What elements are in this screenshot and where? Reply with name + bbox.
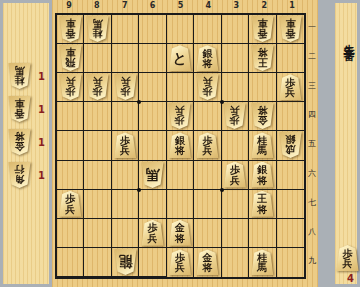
board-grid: 香車桂馬香車香車飛車と銀将王将歩兵歩兵歩兵歩兵歩兵歩兵歩兵金将歩兵銀将歩兵桂馬成… xyxy=(55,13,306,279)
rank-label: 七 xyxy=(306,188,318,217)
hand-piece-count: 1 xyxy=(38,170,45,181)
hoshi-dot xyxy=(137,100,141,104)
hoshi-dot xyxy=(220,188,224,192)
shogi-piece[interactable]: 歩兵 xyxy=(336,245,359,271)
piece-wrap: 桂馬 xyxy=(86,16,109,42)
piece-label: 香車 xyxy=(257,18,268,41)
piece-wrap: 歩兵 xyxy=(196,132,219,158)
hoshi-dot xyxy=(220,100,224,104)
shogi-piece[interactable]: 歩兵 xyxy=(168,249,191,275)
hand-piece-row: 金将1 xyxy=(8,129,45,155)
board-square[interactable]: 龍 xyxy=(112,248,139,277)
board-square[interactable]: 歩兵 xyxy=(112,131,139,160)
hand-piece-count: 1 xyxy=(38,104,45,115)
shogi-piece[interactable]: 金将 xyxy=(251,103,274,129)
piece-label: 香車 xyxy=(285,18,296,41)
rank-labels: 一二三四五六七八九 xyxy=(306,13,318,275)
board-square[interactable]: 王将 xyxy=(249,190,276,219)
piece-label: 歩兵 xyxy=(65,192,76,215)
board-square[interactable]: 歩兵 xyxy=(194,131,221,160)
board-square[interactable]: 桂馬 xyxy=(249,131,276,160)
piece-wrap: 歩兵 xyxy=(114,74,137,100)
piece-label: 桂馬 xyxy=(257,251,268,274)
shogi-piece[interactable]: 香車 xyxy=(251,16,274,42)
piece-label: 龍 xyxy=(118,255,132,270)
piece-label: 歩兵 xyxy=(202,134,213,157)
rank-label: 九 xyxy=(306,246,318,275)
board-square[interactable] xyxy=(222,248,249,277)
board-square[interactable] xyxy=(84,44,111,73)
piece-label: 歩兵 xyxy=(285,76,296,99)
board-square[interactable]: 銀将 xyxy=(194,44,221,73)
piece-wrap: 歩兵 xyxy=(59,191,82,217)
piece-label: 桂馬 xyxy=(257,134,268,157)
piece-label: 歩兵 xyxy=(229,163,240,186)
piece-label: 歩兵 xyxy=(147,221,158,244)
board-square[interactable]: 飛車 xyxy=(57,44,84,73)
piece-wrap: と xyxy=(168,45,191,71)
board-square[interactable] xyxy=(222,15,249,44)
hand-piece-row: 香車1 xyxy=(8,96,45,122)
shogi-piece[interactable]: 銀将 xyxy=(251,162,274,188)
shogi-piece[interactable]: 馬 xyxy=(141,162,164,188)
piece-wrap: 桂馬 xyxy=(8,63,31,89)
piece-label: 金将 xyxy=(257,105,268,128)
board-square[interactable] xyxy=(112,161,139,190)
board-square[interactable]: 歩兵 xyxy=(194,73,221,102)
rank-label: 二 xyxy=(306,42,318,71)
board-square[interactable] xyxy=(112,102,139,131)
shogi-piece[interactable]: 桂馬 xyxy=(251,132,274,158)
piece-label: 香車 xyxy=(65,18,76,41)
board-square[interactable]: 馬 xyxy=(139,161,166,190)
board-square[interactable] xyxy=(222,131,249,160)
piece-label: 歩兵 xyxy=(229,105,240,128)
board-square[interactable] xyxy=(84,102,111,131)
gote-hand-panel: 桂馬1香車1金将1角行1 xyxy=(3,3,49,284)
shogi-piece[interactable]: 香車 xyxy=(279,16,302,42)
piece-label: 飛車 xyxy=(65,47,76,70)
board-square[interactable] xyxy=(57,131,84,160)
piece-wrap: 歩兵 xyxy=(336,245,359,271)
shogi-piece[interactable]: 歩兵 xyxy=(168,103,191,129)
rank-label: 六 xyxy=(306,159,318,188)
piece-wrap: 歩兵 xyxy=(168,249,191,275)
board-square[interactable] xyxy=(194,219,221,248)
board-square[interactable] xyxy=(139,190,166,219)
shogi-piece[interactable]: 歩兵 xyxy=(196,74,219,100)
board-square[interactable]: 香車 xyxy=(57,15,84,44)
board-square[interactable]: 歩兵 xyxy=(277,73,304,102)
piece-wrap: 飛車 xyxy=(59,45,82,71)
board-square[interactable] xyxy=(194,161,221,190)
piece-wrap: 王将 xyxy=(251,45,274,71)
piece-label: 香車 xyxy=(14,98,25,121)
shogi-piece[interactable]: と xyxy=(168,45,191,71)
board-square[interactable]: 歩兵 xyxy=(139,219,166,248)
piece-wrap: 銀将 xyxy=(168,132,191,158)
piece-wrap: 桂馬 xyxy=(251,132,274,158)
piece-wrap: 歩兵 xyxy=(279,74,302,100)
piece-wrap: 角行 xyxy=(8,162,31,188)
board-square[interactable] xyxy=(84,131,111,160)
file-label: 1 xyxy=(278,1,306,12)
board-square[interactable] xyxy=(194,15,221,44)
piece-label: 歩兵 xyxy=(342,247,353,270)
piece-wrap: 龍 xyxy=(114,249,137,275)
shogi-piece[interactable]: 歩兵 xyxy=(114,74,137,100)
board-square[interactable]: 銀将 xyxy=(249,161,276,190)
hand-piece-count: 1 xyxy=(38,137,45,148)
piece-label: 馬 xyxy=(146,167,160,182)
board-square[interactable] xyxy=(167,161,194,190)
board-square[interactable]: 金将 xyxy=(167,219,194,248)
piece-label: 王将 xyxy=(257,192,268,215)
board-square[interactable]: 歩兵 xyxy=(167,248,194,277)
board-square[interactable] xyxy=(139,73,166,102)
piece-wrap: 歩兵 xyxy=(196,74,219,100)
board-square[interactable] xyxy=(277,161,304,190)
shogi-piece[interactable]: 歩兵 xyxy=(223,103,246,129)
shogi-piece[interactable]: 龍 xyxy=(114,249,137,275)
piece-wrap: 香車 xyxy=(8,96,31,122)
piece-label: 歩兵 xyxy=(92,76,103,99)
shogi-piece[interactable]: 歩兵 xyxy=(141,220,164,246)
board-square[interactable] xyxy=(277,102,304,131)
piece-wrap: 桂馬 xyxy=(251,249,274,275)
piece-wrap: 歩兵 xyxy=(168,103,191,129)
piece-wrap: 香車 xyxy=(279,16,302,42)
piece-label: 角行 xyxy=(14,164,25,187)
board-square[interactable]: と xyxy=(167,44,194,73)
piece-wrap: 香車 xyxy=(251,16,274,42)
shogi-piece[interactable]: 歩兵 xyxy=(223,162,246,188)
file-label: 4 xyxy=(194,1,222,12)
file-label: 2 xyxy=(250,1,278,12)
piece-label: 歩兵 xyxy=(120,134,131,157)
board-square[interactable] xyxy=(139,248,166,277)
piece-label: 成銀 xyxy=(285,134,296,157)
rank-label: 三 xyxy=(306,71,318,100)
board-square[interactable] xyxy=(112,15,139,44)
shogi-piece[interactable]: 歩兵 xyxy=(59,191,82,217)
piece-wrap: 成銀 xyxy=(279,132,302,158)
board-square[interactable] xyxy=(84,219,111,248)
shogi-piece[interactable]: 金将 xyxy=(196,249,219,275)
rank-label: 四 xyxy=(306,100,318,129)
shogi-piece[interactable]: 香車 xyxy=(59,16,82,42)
board-square[interactable]: 桂馬 xyxy=(249,248,276,277)
board-square[interactable] xyxy=(194,190,221,219)
piece-wrap: 歩兵 xyxy=(141,220,164,246)
piece-label: 金将 xyxy=(174,221,185,244)
piece-label: 王将 xyxy=(257,47,268,70)
board-square[interactable]: 歩兵 xyxy=(57,73,84,102)
board-square[interactable] xyxy=(84,161,111,190)
board-square[interactable] xyxy=(139,15,166,44)
piece-label: 歩兵 xyxy=(174,105,185,128)
piece-wrap: 歩兵 xyxy=(59,74,82,100)
shogi-piece[interactable]: 桂馬 xyxy=(8,63,31,89)
board-square[interactable] xyxy=(249,73,276,102)
board-square[interactable] xyxy=(194,102,221,131)
shogi-piece[interactable]: 歩兵 xyxy=(196,132,219,158)
board-square[interactable]: 香車 xyxy=(249,15,276,44)
shogi-piece[interactable]: 金将 xyxy=(8,129,31,155)
board-square[interactable]: 香車 xyxy=(277,15,304,44)
shogi-piece[interactable]: 歩兵 xyxy=(279,74,302,100)
board-square[interactable] xyxy=(139,102,166,131)
piece-wrap: 歩兵 xyxy=(114,132,137,158)
board-square[interactable] xyxy=(112,190,139,219)
board-square[interactable] xyxy=(249,219,276,248)
board-square[interactable] xyxy=(84,190,111,219)
board-square[interactable] xyxy=(222,219,249,248)
shogi-piece[interactable]: 歩兵 xyxy=(59,74,82,100)
board-square[interactable] xyxy=(277,219,304,248)
board-square[interactable] xyxy=(167,190,194,219)
shogi-piece[interactable]: 桂馬 xyxy=(251,249,274,275)
hand-piece-row: 角行1 xyxy=(8,162,45,188)
piece-label: 桂馬 xyxy=(92,18,103,41)
board-square[interactable]: 桂馬 xyxy=(84,15,111,44)
board-square[interactable] xyxy=(84,248,111,277)
board-square[interactable] xyxy=(112,44,139,73)
board-square[interactable] xyxy=(277,190,304,219)
board-square[interactable] xyxy=(57,102,84,131)
piece-label: 桂馬 xyxy=(14,65,25,88)
shogi-piece[interactable]: 歩兵 xyxy=(114,132,137,158)
piece-label: 歩兵 xyxy=(174,251,185,274)
board-square[interactable]: 成銀 xyxy=(277,131,304,160)
piece-wrap: 王将 xyxy=(251,191,274,217)
piece-wrap: 香車 xyxy=(59,16,82,42)
board-square[interactable] xyxy=(222,44,249,73)
hand-piece-count: 1 xyxy=(38,71,45,82)
piece-label: と xyxy=(173,51,187,66)
board-square[interactable] xyxy=(139,131,166,160)
shogi-piece[interactable]: 王将 xyxy=(251,45,274,71)
piece-label: 銀将 xyxy=(202,47,213,70)
piece-label: 銀将 xyxy=(257,163,268,186)
rank-label: 一 xyxy=(306,13,318,42)
turn-indicator: 先手番 xyxy=(340,35,355,44)
piece-wrap: 銀将 xyxy=(251,162,274,188)
board-square[interactable] xyxy=(139,44,166,73)
shogi-piece[interactable]: 角行 xyxy=(8,162,31,188)
board-square[interactable] xyxy=(57,219,84,248)
board-square[interactable]: 歩兵 xyxy=(167,102,194,131)
file-label: 6 xyxy=(139,1,167,12)
file-label: 9 xyxy=(55,1,83,12)
board-square[interactable]: 歩兵 xyxy=(84,73,111,102)
piece-label: 歩兵 xyxy=(202,76,213,99)
board-square[interactable]: 銀将 xyxy=(167,131,194,160)
shogi-piece[interactable]: 飛車 xyxy=(59,45,82,71)
board-square[interactable]: 王将 xyxy=(249,44,276,73)
rank-label: 八 xyxy=(306,217,318,246)
board-square[interactable] xyxy=(222,73,249,102)
shogi-piece[interactable]: 成銀 xyxy=(279,132,302,158)
board-square[interactable] xyxy=(277,44,304,73)
shogi-piece[interactable]: 歩兵 xyxy=(86,74,109,100)
board-square[interactable] xyxy=(112,219,139,248)
hand-piece-count: 4 xyxy=(347,273,354,284)
piece-label: 歩兵 xyxy=(65,76,76,99)
board-square[interactable]: 歩兵 xyxy=(222,102,249,131)
piece-wrap: 金将 xyxy=(251,103,274,129)
piece-wrap: 金将 xyxy=(8,129,31,155)
shogi-piece[interactable]: 桂馬 xyxy=(86,16,109,42)
sente-hand-list: 歩兵 xyxy=(336,245,359,271)
hand-piece-row: 桂馬1 xyxy=(8,63,45,89)
file-label: 3 xyxy=(222,1,250,12)
board-square[interactable] xyxy=(57,161,84,190)
board-square[interactable]: 歩兵 xyxy=(57,190,84,219)
shogi-piece[interactable]: 王将 xyxy=(251,191,274,217)
shogi-piece[interactable]: 金将 xyxy=(168,220,191,246)
piece-wrap: 馬 xyxy=(141,162,164,188)
shogi-piece[interactable]: 銀将 xyxy=(168,132,191,158)
board-square[interactable]: 歩兵 xyxy=(112,73,139,102)
board-square[interactable] xyxy=(222,190,249,219)
piece-wrap: 金将 xyxy=(196,249,219,275)
sente-hand-panel: 先手番 歩兵 4 xyxy=(335,3,357,284)
piece-wrap: 歩兵 xyxy=(223,103,246,129)
board-square[interactable] xyxy=(167,15,194,44)
shogi-piece[interactable]: 香車 xyxy=(8,96,31,122)
rank-label: 五 xyxy=(306,129,318,158)
hoshi-dot xyxy=(137,188,141,192)
board-square[interactable]: 金将 xyxy=(249,102,276,131)
piece-wrap: 歩兵 xyxy=(223,162,246,188)
file-labels: 987654321 xyxy=(55,1,306,12)
file-label: 7 xyxy=(111,1,139,12)
piece-label: 金将 xyxy=(14,131,25,154)
piece-wrap: 銀将 xyxy=(196,45,219,71)
piece-label: 歩兵 xyxy=(120,76,131,99)
file-label: 8 xyxy=(83,1,111,12)
shogi-piece[interactable]: 銀将 xyxy=(196,45,219,71)
shogi-board: 987654321 香車桂馬香車香車飛車と銀将王将歩兵歩兵歩兵歩兵歩兵歩兵歩兵金… xyxy=(52,0,318,287)
file-label: 5 xyxy=(167,1,195,12)
board-square[interactable]: 金将 xyxy=(194,248,221,277)
piece-wrap: 歩兵 xyxy=(86,74,109,100)
piece-wrap: 金将 xyxy=(168,220,191,246)
piece-label: 金将 xyxy=(202,251,213,274)
board-square[interactable] xyxy=(167,73,194,102)
board-square[interactable] xyxy=(57,248,84,277)
piece-label: 銀将 xyxy=(174,134,185,157)
board-square[interactable] xyxy=(277,248,304,277)
board-square[interactable]: 歩兵 xyxy=(222,161,249,190)
gote-hand-list: 桂馬1香車1金将1角行1 xyxy=(8,63,45,188)
